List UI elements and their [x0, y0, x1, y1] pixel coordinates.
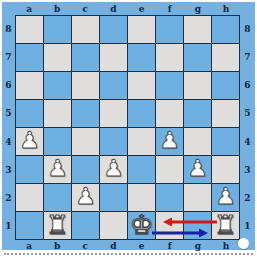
square-f5[interactable]: [156, 100, 183, 127]
square-h8[interactable]: [212, 16, 239, 43]
rank-label-5: 5: [2, 99, 15, 127]
file-labels-top: abcdefgh: [15, 2, 240, 15]
square-d3[interactable]: ♟: [100, 156, 127, 183]
square-e6[interactable]: [128, 72, 155, 99]
white-pawn: ♟: [103, 157, 124, 180]
square-a2[interactable]: [16, 184, 43, 211]
square-c2[interactable]: ♟: [72, 184, 99, 211]
file-label-g: g: [184, 240, 212, 251]
white-pawn: ♟: [159, 129, 180, 152]
file-label-d: d: [99, 240, 127, 251]
square-g5[interactable]: [184, 100, 211, 127]
white-king: ♚: [129, 211, 153, 238]
square-g6[interactable]: [184, 72, 211, 99]
white-pawn: ♟: [19, 129, 40, 152]
square-e2[interactable]: [128, 184, 155, 211]
rank-label-4: 4: [2, 128, 15, 156]
file-label-c: c: [71, 2, 99, 15]
square-d2[interactable]: [100, 184, 127, 211]
rank-labels-left: 87654321: [2, 15, 15, 240]
square-e5[interactable]: [128, 100, 155, 127]
square-c5[interactable]: [72, 100, 99, 127]
square-b5[interactable]: [44, 100, 71, 127]
square-c4[interactable]: [72, 128, 99, 155]
square-d7[interactable]: [100, 44, 127, 71]
square-g2[interactable]: [184, 184, 211, 211]
file-label-h: h: [212, 240, 240, 251]
square-f6[interactable]: [156, 72, 183, 99]
file-labels-bottom: abcdefgh: [15, 240, 240, 251]
square-f7[interactable]: [156, 44, 183, 71]
file-label-b: b: [43, 240, 71, 251]
square-g4[interactable]: [184, 128, 211, 155]
square-d1[interactable]: [100, 212, 127, 239]
file-label-e: e: [128, 2, 156, 15]
square-a3[interactable]: [16, 156, 43, 183]
rank-label-3: 3: [2, 156, 15, 184]
square-d8[interactable]: [100, 16, 127, 43]
square-g7[interactable]: [184, 44, 211, 71]
file-label-d: d: [99, 2, 127, 15]
rank-label-5: 5: [241, 99, 254, 127]
square-d4[interactable]: [100, 128, 127, 155]
rank-label-7: 7: [2, 43, 15, 71]
square-d5[interactable]: [100, 100, 127, 127]
white-rook: ♜: [214, 212, 237, 238]
rank-label-2: 2: [2, 184, 15, 212]
square-e7[interactable]: [128, 44, 155, 71]
square-c1[interactable]: [72, 212, 99, 239]
square-e4[interactable]: [128, 128, 155, 155]
square-h7[interactable]: [212, 44, 239, 71]
square-a1[interactable]: [16, 212, 43, 239]
rank-label-7: 7: [241, 43, 254, 71]
file-label-f: f: [156, 240, 184, 251]
square-f2[interactable]: [156, 184, 183, 211]
square-c6[interactable]: [72, 72, 99, 99]
square-b3[interactable]: ♟: [44, 156, 71, 183]
square-c3[interactable]: [72, 156, 99, 183]
rank-labels-right: 87654321: [241, 15, 254, 240]
square-h2[interactable]: ♟: [212, 184, 239, 211]
file-label-a: a: [15, 240, 43, 251]
square-h5[interactable]: [212, 100, 239, 127]
square-h6[interactable]: [212, 72, 239, 99]
square-a6[interactable]: [16, 72, 43, 99]
square-b7[interactable]: [44, 44, 71, 71]
rank-label-1: 1: [2, 212, 15, 240]
square-a4[interactable]: ♟: [16, 128, 43, 155]
square-g8[interactable]: [184, 16, 211, 43]
white-rook: ♜: [46, 212, 69, 238]
square-h4[interactable]: [212, 128, 239, 155]
square-b4[interactable]: [44, 128, 71, 155]
white-to-move-indicator: [238, 238, 249, 249]
square-f1[interactable]: [156, 212, 183, 239]
square-f3[interactable]: [156, 156, 183, 183]
square-f4[interactable]: ♟: [156, 128, 183, 155]
square-e1[interactable]: ♚: [128, 212, 155, 239]
file-label-e: e: [128, 240, 156, 251]
board-grid: ♟♟♟♟♟♟♟♜♚♜: [15, 15, 240, 240]
square-a5[interactable]: [16, 100, 43, 127]
rank-label-8: 8: [241, 15, 254, 43]
square-d6[interactable]: [100, 72, 127, 99]
file-label-h: h: [212, 2, 240, 15]
rank-label-1: 1: [241, 212, 254, 240]
file-label-f: f: [156, 2, 184, 15]
file-label-g: g: [184, 2, 212, 15]
file-label-b: b: [43, 2, 71, 15]
square-c7[interactable]: [72, 44, 99, 71]
square-e3[interactable]: [128, 156, 155, 183]
square-h1[interactable]: ♜: [212, 212, 239, 239]
white-pawn: ♟: [75, 185, 96, 208]
square-a8[interactable]: [16, 16, 43, 43]
rank-label-6: 6: [2, 71, 15, 99]
file-label-c: c: [71, 240, 99, 251]
chess-castling-diagram: abcdefgh abcdefgh 87654321 87654321 ♟♟♟♟…: [0, 0, 257, 257]
square-b6[interactable]: [44, 72, 71, 99]
square-h3[interactable]: [212, 156, 239, 183]
rank-label-2: 2: [241, 184, 254, 212]
square-f8[interactable]: [156, 16, 183, 43]
rank-label-6: 6: [241, 71, 254, 99]
bottom-dashed-line: [4, 253, 253, 255]
file-label-a: a: [15, 2, 43, 15]
white-pawn: ♟: [47, 157, 68, 180]
square-g1[interactable]: [184, 212, 211, 239]
rank-label-3: 3: [241, 156, 254, 184]
rank-label-4: 4: [241, 128, 254, 156]
rank-label-8: 8: [2, 15, 15, 43]
white-pawn: ♟: [215, 185, 236, 208]
square-b2[interactable]: [44, 184, 71, 211]
white-pawn: ♟: [187, 157, 208, 180]
square-b1[interactable]: ♜: [44, 212, 71, 239]
square-c8[interactable]: [72, 16, 99, 43]
square-g3[interactable]: ♟: [184, 156, 211, 183]
square-a7[interactable]: [16, 44, 43, 71]
square-b8[interactable]: [44, 16, 71, 43]
square-e8[interactable]: [128, 16, 155, 43]
